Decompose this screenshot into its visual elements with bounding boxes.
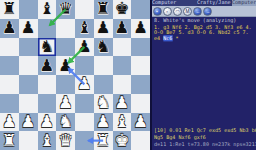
piece-white-pawn: ♟	[133, 113, 148, 131]
square-c8[interactable]: ♝	[38, 0, 57, 19]
square-c6[interactable]: ♞	[38, 38, 57, 57]
piece-white-queen: ♛	[58, 132, 73, 150]
chess-board[interactable]: ♜♝♛♜♚♟♟♝♟♟♟♞♟♞♟♟♟♟♞♟♟♟♟♞♟♝♟♜♝♛♜♚	[0, 0, 150, 150]
piece-white-pawn: ♟	[96, 113, 111, 131]
piece-black-rook: ♜	[96, 0, 111, 18]
file-icon: ▫	[167, 9, 169, 14]
square-c1[interactable]: ♝	[38, 131, 57, 150]
square-d3[interactable]: ♟	[56, 94, 75, 113]
square-d5[interactable]: ♟	[56, 56, 75, 75]
nav-back-icon: ←	[195, 9, 200, 14]
square-e6[interactable]: ♟	[75, 38, 94, 57]
square-b4[interactable]	[19, 75, 38, 94]
piece-black-pawn: ♟	[2, 19, 17, 37]
square-g6[interactable]	[113, 38, 132, 57]
piece-black-bishop: ♝	[39, 0, 54, 18]
square-c5[interactable]: ♟	[38, 56, 57, 75]
square-c2[interactable]: ♟	[38, 113, 57, 132]
square-b8[interactable]	[19, 0, 38, 19]
square-h3[interactable]	[131, 94, 150, 113]
square-g7[interactable]: ♟	[113, 19, 132, 38]
square-h2[interactable]: ♟	[131, 113, 150, 132]
record-button[interactable]: ▪	[153, 7, 162, 16]
nav-forward-icon: →	[205, 9, 210, 14]
titlebar-center-text: Crafty/Jane	[197, 0, 232, 5]
square-e5[interactable]	[75, 56, 94, 75]
window-titlebar[interactable]: Computer Crafty/Jane Computer	[152, 0, 256, 6]
square-e3[interactable]	[75, 94, 94, 113]
piece-black-pawn: ♟	[21, 19, 36, 37]
square-b3[interactable]	[19, 94, 38, 113]
undo-button[interactable]: ◠	[173, 7, 182, 16]
square-h8[interactable]	[131, 0, 150, 19]
square-h4[interactable]	[131, 75, 150, 94]
titlebar-right-text: Computer	[232, 0, 255, 5]
square-f2[interactable]: ♟	[94, 113, 113, 132]
piece-black-pawn: ♟	[77, 38, 92, 56]
square-f7[interactable]: ♟	[94, 19, 113, 38]
console-toolbar: ▪▫◠M←→	[152, 6, 256, 17]
square-f1[interactable]: ♜	[94, 131, 113, 150]
titlebar-center[interactable]: Crafty/Jane	[197, 0, 232, 6]
square-b2[interactable]: ♟	[19, 113, 38, 132]
square-c3[interactable]	[38, 94, 57, 113]
piece-white-pawn: ♟	[39, 113, 54, 131]
piece-white-bishop: ♝	[39, 132, 54, 150]
square-g1[interactable]: ♚	[113, 131, 132, 150]
piece-black-pawn: ♟	[39, 57, 54, 75]
current-move-highlight[interactable]: Nc6	[163, 35, 172, 41]
square-d1[interactable]: ♛	[56, 131, 75, 150]
square-c4[interactable]	[38, 75, 57, 94]
square-h5[interactable]	[131, 56, 150, 75]
piece-white-pawn: ♟	[77, 75, 92, 93]
square-a5[interactable]	[0, 56, 19, 75]
piece-black-pawn: ♟	[114, 19, 129, 37]
app-window: ♜♝♛♜♚♟♟♝♟♟♟♞♟♞♟♟♟♟♞♟♟♟♟♞♟♝♟♜♝♛♜♚ Compute…	[0, 0, 256, 150]
square-g2[interactable]: ♝	[113, 113, 132, 132]
square-f4[interactable]	[94, 75, 113, 94]
square-b5[interactable]	[19, 56, 38, 75]
square-h6[interactable]	[131, 38, 150, 57]
piece-black-knight: ♞	[96, 38, 111, 56]
piece-black-rook: ♜	[2, 0, 17, 18]
square-e1[interactable]	[75, 131, 94, 150]
move-list: 1. g3 Nf6 2. Bg2 d5 3. Nf3 e6 4. O-O Be7…	[154, 25, 256, 41]
square-d7[interactable]	[56, 19, 75, 38]
piece-white-knight: ♞	[96, 94, 111, 112]
square-g4[interactable]	[113, 75, 132, 94]
square-a2[interactable]: ♟	[0, 113, 19, 132]
square-e4[interactable]: ♟	[75, 75, 94, 94]
piece-black-queen: ♛	[58, 0, 73, 18]
piece-black-pawn: ♟	[58, 57, 73, 75]
piece-white-pawn: ♟	[58, 94, 73, 112]
nav-forward-button[interactable]: →	[203, 7, 212, 16]
engine-stats-line: d=11 1:Re1 t=73.80 n=237k nps=3211	[154, 142, 256, 147]
piece-black-king: ♚	[114, 0, 129, 18]
move-list-button[interactable]: M	[183, 7, 192, 16]
square-d4[interactable]	[56, 75, 75, 94]
square-d8[interactable]: ♛	[56, 0, 75, 19]
piece-white-pawn: ♟	[114, 94, 129, 112]
status-line: 8. White's move (analyzing)	[154, 18, 256, 23]
piece-black-knight: ♞	[39, 38, 54, 56]
piece-white-rook: ♜	[2, 132, 17, 150]
square-g5[interactable]	[113, 56, 132, 75]
square-g3[interactable]: ♟	[113, 94, 132, 113]
square-d2[interactable]: ♞	[56, 113, 75, 132]
move-list-terminator: *	[172, 35, 178, 41]
engine-pv-line-1: [10] 0.01 Re1 Qc7 exd5 exd5 Nb3 b6 Nfd4 …	[154, 128, 256, 133]
console-window: Computer Crafty/Jane Computer ▪▫◠M←→ 8. …	[150, 0, 256, 150]
square-d6[interactable]	[56, 38, 75, 57]
square-b7[interactable]: ♟	[19, 19, 38, 38]
square-e8[interactable]	[75, 0, 94, 19]
engine-pv-line-2: Ng5 Bg4 Nxf6 gxf6	[154, 135, 256, 140]
square-a1[interactable]: ♜	[0, 131, 19, 150]
piece-black-bishop: ♝	[77, 19, 92, 37]
move-list-icon: M	[186, 9, 190, 14]
square-b1[interactable]	[19, 131, 38, 150]
square-a7[interactable]: ♟	[0, 19, 19, 38]
square-g8[interactable]: ♚	[113, 0, 132, 19]
square-a6[interactable]	[0, 38, 19, 57]
piece-black-pawn: ♟	[96, 19, 111, 37]
record-icon: ▪	[157, 9, 159, 14]
undo-icon: ◠	[175, 9, 179, 14]
square-a3[interactable]	[0, 94, 19, 113]
piece-black-pawn: ♟	[133, 19, 148, 37]
square-h1[interactable]	[131, 131, 150, 150]
piece-white-pawn: ♟	[21, 113, 36, 131]
square-e2[interactable]	[75, 113, 94, 132]
board-area: ♜♝♛♜♚♟♟♝♟♟♟♞♟♞♟♟♟♟♞♟♟♟♟♞♟♝♟♜♝♛♜♚	[0, 0, 150, 150]
titlebar-right[interactable]: Computer	[232, 0, 256, 6]
square-f8[interactable]: ♜	[94, 0, 113, 19]
square-c7[interactable]	[38, 19, 57, 38]
square-a4[interactable]	[0, 75, 19, 94]
square-a8[interactable]: ♜	[0, 0, 19, 19]
titlebar-left-text: Computer	[152, 0, 197, 5]
file-button[interactable]: ▫	[163, 7, 172, 16]
square-b6[interactable]	[19, 38, 38, 57]
piece-white-pawn: ♟	[2, 113, 17, 131]
piece-white-rook: ♜	[96, 132, 111, 150]
square-f5[interactable]	[94, 56, 113, 75]
square-f3[interactable]: ♞	[94, 94, 113, 113]
console-output[interactable]: 8. White's move (analyzing) 1. g3 Nf6 2.…	[152, 17, 256, 150]
square-h7[interactable]: ♟	[131, 19, 150, 38]
piece-white-knight: ♞	[58, 113, 73, 131]
square-e7[interactable]: ♝	[75, 19, 94, 38]
titlebar-left[interactable]: Computer	[152, 0, 197, 6]
square-f6[interactable]: ♞	[94, 38, 113, 57]
piece-white-king: ♚	[114, 132, 129, 150]
piece-white-bishop: ♝	[114, 113, 129, 131]
nav-back-button[interactable]: ←	[193, 7, 202, 16]
